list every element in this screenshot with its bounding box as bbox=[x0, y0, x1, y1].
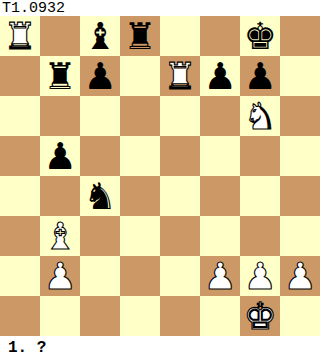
square-g3[interactable] bbox=[240, 216, 280, 256]
square-f8[interactable] bbox=[200, 16, 240, 56]
square-b3[interactable]: ♝ bbox=[40, 216, 80, 256]
white-bishop-b3[interactable]: ♝ bbox=[40, 216, 80, 256]
white-rook-e7[interactable]: ♜ bbox=[160, 56, 200, 96]
square-c1[interactable] bbox=[80, 296, 120, 336]
square-c5[interactable] bbox=[80, 136, 120, 176]
square-d4[interactable] bbox=[120, 176, 160, 216]
square-d5[interactable] bbox=[120, 136, 160, 176]
white-pawn-h2[interactable]: ♟ bbox=[280, 256, 320, 296]
black-king-g8[interactable]: ♚ bbox=[240, 16, 280, 56]
square-e8[interactable] bbox=[160, 16, 200, 56]
white-rook-a8[interactable]: ♜ bbox=[0, 16, 40, 56]
square-c8[interactable]: ♝ bbox=[80, 16, 120, 56]
square-f2[interactable]: ♟ bbox=[200, 256, 240, 296]
square-g6[interactable]: ♞ bbox=[240, 96, 280, 136]
white-knight-g6[interactable]: ♞ bbox=[240, 96, 280, 136]
square-d2[interactable] bbox=[120, 256, 160, 296]
square-h5[interactable] bbox=[280, 136, 320, 176]
white-pawn-b2[interactable]: ♟ bbox=[40, 256, 80, 296]
square-e2[interactable] bbox=[160, 256, 200, 296]
puzzle-id: T1.0932 bbox=[2, 1, 65, 16]
black-pawn-b5[interactable]: ♟ bbox=[40, 136, 80, 176]
square-d3[interactable] bbox=[120, 216, 160, 256]
square-c2[interactable] bbox=[80, 256, 120, 296]
white-king-g1[interactable]: ♚ bbox=[240, 296, 280, 336]
square-e7[interactable]: ♜ bbox=[160, 56, 200, 96]
square-c7[interactable]: ♟ bbox=[80, 56, 120, 96]
square-g4[interactable] bbox=[240, 176, 280, 216]
square-f4[interactable] bbox=[200, 176, 240, 216]
square-d6[interactable] bbox=[120, 96, 160, 136]
white-pawn-f2[interactable]: ♟ bbox=[200, 256, 240, 296]
square-e1[interactable] bbox=[160, 296, 200, 336]
square-h4[interactable] bbox=[280, 176, 320, 216]
square-a7[interactable] bbox=[0, 56, 40, 96]
square-c3[interactable] bbox=[80, 216, 120, 256]
square-e3[interactable] bbox=[160, 216, 200, 256]
status-bar: 1. ? bbox=[0, 336, 320, 360]
black-knight-c4[interactable]: ♞ bbox=[80, 176, 120, 216]
white-pawn-g2[interactable]: ♟ bbox=[240, 256, 280, 296]
move-prompt: 1. ? bbox=[8, 340, 46, 356]
square-a4[interactable] bbox=[0, 176, 40, 216]
black-pawn-f7[interactable]: ♟ bbox=[200, 56, 240, 96]
square-f5[interactable] bbox=[200, 136, 240, 176]
square-b2[interactable]: ♟ bbox=[40, 256, 80, 296]
square-b1[interactable] bbox=[40, 296, 80, 336]
square-d1[interactable] bbox=[120, 296, 160, 336]
square-a8[interactable]: ♜ bbox=[0, 16, 40, 56]
square-g5[interactable] bbox=[240, 136, 280, 176]
square-b8[interactable] bbox=[40, 16, 80, 56]
square-e6[interactable] bbox=[160, 96, 200, 136]
black-bishop-c8[interactable]: ♝ bbox=[80, 16, 120, 56]
square-b4[interactable] bbox=[40, 176, 80, 216]
black-rook-d8[interactable]: ♜ bbox=[120, 16, 160, 56]
square-a2[interactable] bbox=[0, 256, 40, 296]
square-g8[interactable]: ♚ bbox=[240, 16, 280, 56]
title-bar: T1.0932 bbox=[0, 0, 320, 16]
square-d8[interactable]: ♜ bbox=[120, 16, 160, 56]
square-g1[interactable]: ♚ bbox=[240, 296, 280, 336]
square-b5[interactable]: ♟ bbox=[40, 136, 80, 176]
square-g7[interactable]: ♟ bbox=[240, 56, 280, 96]
square-e5[interactable] bbox=[160, 136, 200, 176]
square-c6[interactable] bbox=[80, 96, 120, 136]
square-a5[interactable] bbox=[0, 136, 40, 176]
square-c4[interactable]: ♞ bbox=[80, 176, 120, 216]
square-h2[interactable]: ♟ bbox=[280, 256, 320, 296]
square-b7[interactable]: ♜ bbox=[40, 56, 80, 96]
black-pawn-c7[interactable]: ♟ bbox=[80, 56, 120, 96]
square-h6[interactable] bbox=[280, 96, 320, 136]
square-h1[interactable] bbox=[280, 296, 320, 336]
chess-board: ♜♝♜♚♜♟♜♟♟♞♟♞♝♟♟♟♟♚ bbox=[0, 16, 320, 336]
square-f7[interactable]: ♟ bbox=[200, 56, 240, 96]
square-h8[interactable] bbox=[280, 16, 320, 56]
square-a6[interactable] bbox=[0, 96, 40, 136]
square-a1[interactable] bbox=[0, 296, 40, 336]
black-pawn-g7[interactable]: ♟ bbox=[240, 56, 280, 96]
square-f3[interactable] bbox=[200, 216, 240, 256]
square-f6[interactable] bbox=[200, 96, 240, 136]
square-h3[interactable] bbox=[280, 216, 320, 256]
square-e4[interactable] bbox=[160, 176, 200, 216]
square-a3[interactable] bbox=[0, 216, 40, 256]
square-b6[interactable] bbox=[40, 96, 80, 136]
square-f1[interactable] bbox=[200, 296, 240, 336]
square-g2[interactable]: ♟ bbox=[240, 256, 280, 296]
black-rook-b7[interactable]: ♜ bbox=[40, 56, 80, 96]
square-d7[interactable] bbox=[120, 56, 160, 96]
square-h7[interactable] bbox=[280, 56, 320, 96]
